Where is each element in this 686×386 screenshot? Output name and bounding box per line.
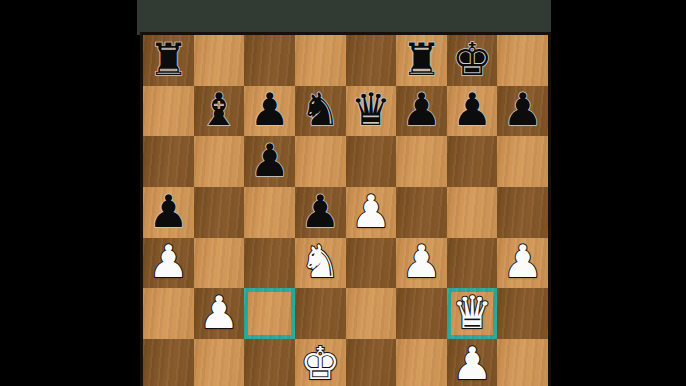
piece-black-pawn[interactable]: ♟ [503,87,543,132]
square-c5[interactable] [244,187,295,238]
square-f5[interactable] [396,187,447,238]
piece-black-pawn[interactable]: ♟ [249,87,289,132]
square-a5[interactable]: ♟ [143,187,194,238]
square-f2[interactable] [396,339,447,386]
square-e3[interactable] [346,288,397,339]
square-f7[interactable]: ♟ [396,86,447,137]
square-e4[interactable] [346,238,397,289]
square-e5[interactable]: ♟ [346,187,397,238]
square-b6[interactable] [194,136,245,187]
square-e8[interactable] [346,35,397,86]
letterbox-right [551,0,686,386]
square-c3[interactable] [244,288,295,339]
piece-black-pawn[interactable]: ♟ [401,87,441,132]
square-a8[interactable]: ♜ [143,35,194,86]
square-b7[interactable]: ♝ [194,86,245,137]
piece-white-pawn[interactable]: ♟ [148,239,188,284]
chess-board[interactable]: ♜♜♚♝♟♞♛♟♟♟♟♟♟♟♟♞♟♟♟♛♚♟ [143,35,548,386]
square-e7[interactable]: ♛ [346,86,397,137]
square-c8[interactable] [244,35,295,86]
piece-white-pawn[interactable]: ♟ [401,239,441,284]
piece-black-pawn[interactable]: ♟ [249,138,289,183]
square-g6[interactable] [447,136,498,187]
square-f4[interactable]: ♟ [396,238,447,289]
square-d8[interactable] [295,35,346,86]
square-a3[interactable] [143,288,194,339]
square-c4[interactable] [244,238,295,289]
square-c6[interactable]: ♟ [244,136,295,187]
piece-white-king[interactable]: ♚ [300,341,340,386]
square-b5[interactable] [194,187,245,238]
square-a4[interactable]: ♟ [143,238,194,289]
square-a2[interactable] [143,339,194,386]
piece-white-knight[interactable]: ♞ [300,239,340,284]
square-d2[interactable]: ♚ [295,339,346,386]
piece-black-knight[interactable]: ♞ [300,87,340,132]
square-g3[interactable]: ♛ [447,288,498,339]
square-h4[interactable]: ♟ [497,238,548,289]
piece-black-pawn[interactable]: ♟ [300,189,340,234]
square-b2[interactable] [194,339,245,386]
square-d4[interactable]: ♞ [295,238,346,289]
square-a6[interactable] [143,136,194,187]
square-g7[interactable]: ♟ [447,86,498,137]
square-a7[interactable] [143,86,194,137]
square-b3[interactable]: ♟ [194,288,245,339]
square-h2[interactable] [497,339,548,386]
square-g2[interactable]: ♟ [447,339,498,386]
letterbox-left [0,0,137,386]
square-c7[interactable]: ♟ [244,86,295,137]
piece-black-rook[interactable]: ♜ [148,37,188,82]
piece-black-queen[interactable]: ♛ [351,87,391,132]
square-g5[interactable] [447,187,498,238]
piece-black-king[interactable]: ♚ [452,37,492,82]
square-d7[interactable]: ♞ [295,86,346,137]
piece-black-pawn[interactable]: ♟ [148,189,188,234]
square-h6[interactable] [497,136,548,187]
square-d5[interactable]: ♟ [295,187,346,238]
square-g4[interactable] [447,238,498,289]
square-f3[interactable] [396,288,447,339]
square-h5[interactable] [497,187,548,238]
piece-black-pawn[interactable]: ♟ [452,87,492,132]
piece-white-pawn[interactable]: ♟ [199,290,239,335]
top-bar [137,0,551,35]
square-b4[interactable] [194,238,245,289]
square-f6[interactable] [396,136,447,187]
piece-white-pawn[interactable]: ♟ [452,341,492,386]
square-d6[interactable] [295,136,346,187]
video-frame: ♜♜♚♝♟♞♛♟♟♟♟♟♟♟♟♞♟♟♟♛♚♟ [0,0,686,386]
square-b8[interactable] [194,35,245,86]
square-h7[interactable]: ♟ [497,86,548,137]
square-d3[interactable] [295,288,346,339]
piece-black-rook[interactable]: ♜ [401,37,441,82]
square-e2[interactable] [346,339,397,386]
square-c2[interactable] [244,339,295,386]
square-h3[interactable] [497,288,548,339]
piece-white-pawn[interactable]: ♟ [503,239,543,284]
piece-white-queen[interactable]: ♛ [452,290,492,335]
piece-white-pawn[interactable]: ♟ [351,189,391,234]
square-h8[interactable] [497,35,548,86]
square-e6[interactable] [346,136,397,187]
square-f8[interactable]: ♜ [396,35,447,86]
square-g8[interactable]: ♚ [447,35,498,86]
piece-black-bishop[interactable]: ♝ [199,87,239,132]
